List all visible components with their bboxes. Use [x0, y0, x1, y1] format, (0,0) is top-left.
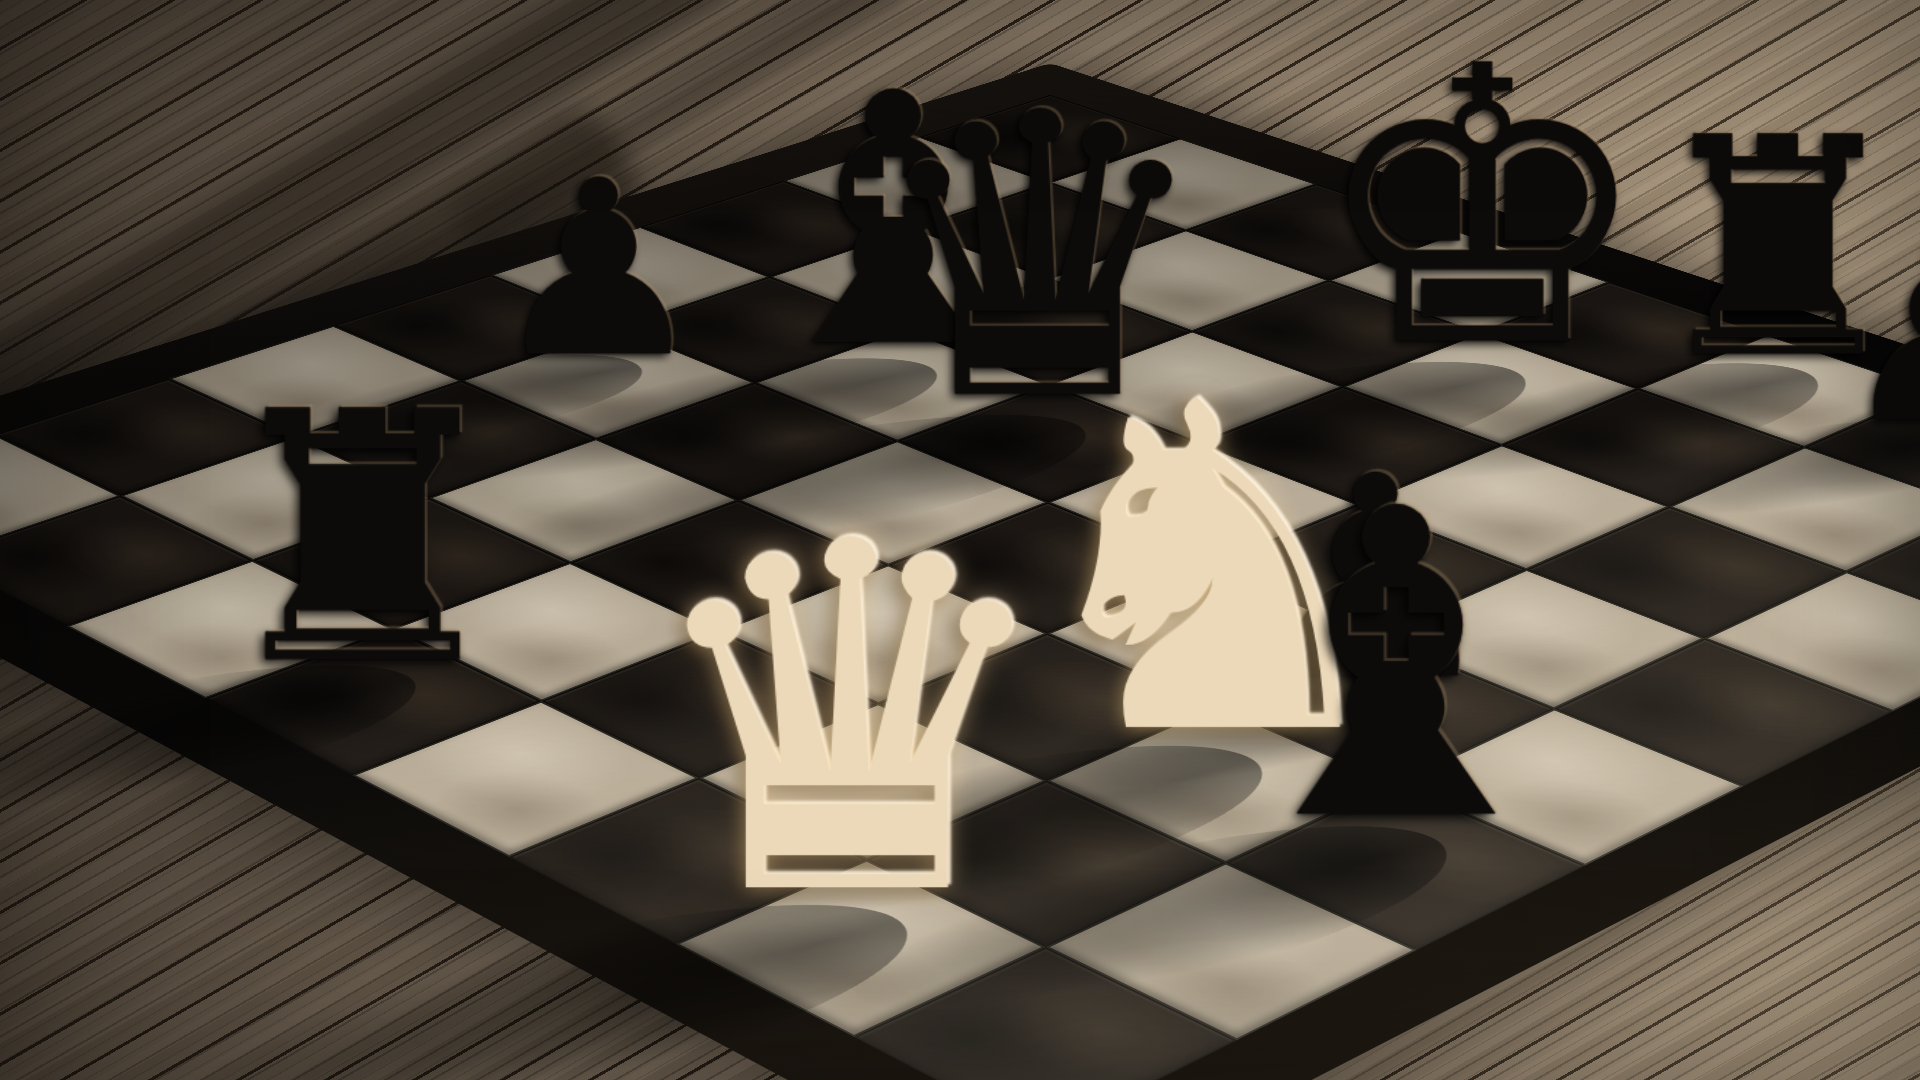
white-queen-glyph: ♛: [558, 493, 1141, 950]
black-pawn-glyph: ♟: [1711, 214, 1920, 452]
black-bishop-glyph: ♝: [1113, 466, 1678, 869]
black-rook-glyph: ♜: [98, 376, 628, 703]
chess-scene: ♜♟♝♛♚♜♟♟♝♛♞: [0, 0, 1920, 1080]
